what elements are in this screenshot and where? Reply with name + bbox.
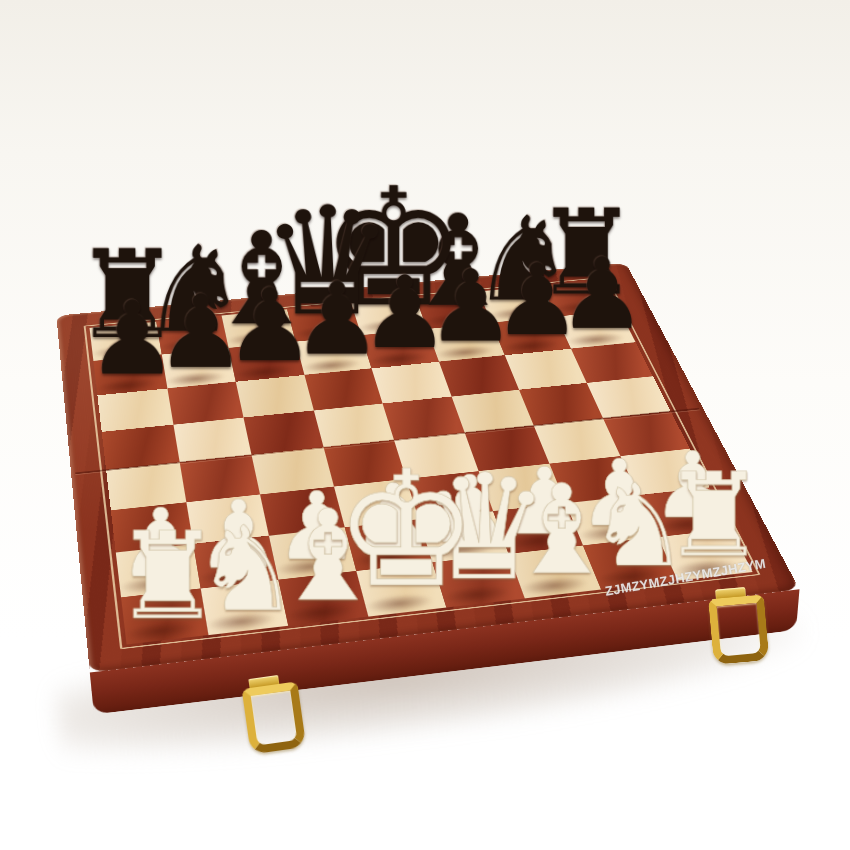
square-h5[interactable]	[586, 376, 671, 418]
square-b5[interactable]	[173, 417, 252, 462]
right-clasp	[705, 586, 765, 656]
square-c5[interactable]	[243, 410, 323, 454]
square-a1[interactable]: ♜	[121, 588, 208, 644]
product-photo-stage: ♜♞♝♛♚♝♞♜♟♟♟♟♟♟♟♟♟♟♟♟♟♟♟♟♜♞♝♚♛♝♞♜ ZJMZYMZ…	[0, 0, 850, 850]
piece-white-rook-a1[interactable]: ♜	[113, 517, 221, 637]
square-c6[interactable]	[236, 375, 314, 417]
right-clasp-ring	[708, 594, 770, 665]
piece-black-pawn-a7[interactable]: ♟	[87, 289, 178, 390]
square-a7[interactable]: ♟	[93, 354, 167, 395]
square-h6[interactable]	[571, 342, 653, 382]
square-a5[interactable]	[102, 424, 180, 469]
chess-board: ♜♞♝♛♚♝♞♜♟♟♟♟♟♟♟♟♟♟♟♟♟♟♟♟♜♞♝♚♛♝♞♜	[56, 263, 799, 673]
scene-3d: ♜♞♝♛♚♝♞♜♟♟♟♟♟♟♟♟♟♟♟♟♟♟♟♟♜♞♝♚♛♝♞♜	[0, 0, 850, 850]
left-clasp	[238, 672, 307, 750]
left-clasp-ring	[242, 681, 307, 754]
